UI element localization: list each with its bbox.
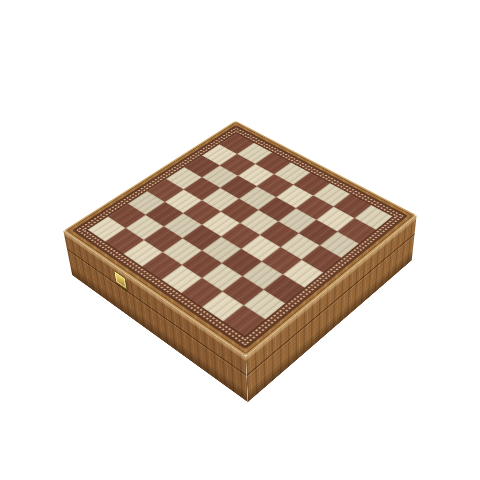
square-r6c5 [202, 263, 242, 291]
square-r5c3 [182, 225, 221, 251]
scene-3d [0, 0, 480, 480]
product-photo-stage [0, 0, 480, 480]
square-r7c4 [161, 265, 201, 293]
square-r6c6 [222, 276, 263, 305]
square-r4c7 [283, 260, 323, 288]
square-r4c6 [262, 247, 302, 274]
square-r4c5 [241, 235, 280, 262]
square-r7c3 [142, 252, 182, 279]
square-r6c3 [163, 238, 202, 265]
square-r2c6 [299, 220, 338, 246]
chess-case [63, 121, 416, 357]
square-r2c7 [320, 231, 359, 257]
square-r1c7 [337, 218, 376, 244]
square-r7c6 [202, 291, 244, 321]
square-r3c5 [260, 221, 299, 247]
square-r6c7 [244, 290, 286, 320]
square-r3c7 [302, 245, 342, 272]
square-r5c4 [202, 237, 241, 264]
square-r5c7 [263, 274, 304, 303]
square-r4c4 [221, 223, 260, 249]
square-r3c6 [280, 233, 319, 259]
square-r7c5 [181, 278, 222, 307]
board-leather-border [73, 126, 406, 348]
square-r7c7 [223, 305, 265, 336]
square-r6c2 [144, 226, 183, 252]
square-r7c1 [105, 228, 144, 254]
square-r5c6 [242, 261, 282, 289]
square-r5c5 [222, 249, 262, 276]
square-r7c2 [123, 240, 162, 267]
board-top-face [63, 121, 416, 357]
square-r6c4 [182, 250, 222, 277]
